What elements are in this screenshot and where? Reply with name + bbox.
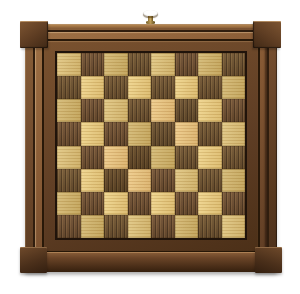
board-square[interactable] [222, 215, 246, 238]
board-square[interactable] [81, 122, 105, 145]
board-square[interactable] [81, 76, 105, 99]
board-square[interactable] [57, 122, 81, 145]
board-square[interactable] [57, 53, 81, 76]
board-square[interactable] [198, 169, 222, 192]
board-square[interactable] [104, 76, 128, 99]
board-square[interactable] [198, 99, 222, 122]
board-square[interactable] [222, 53, 246, 76]
board-square[interactable] [57, 76, 81, 99]
board-square[interactable] [175, 122, 199, 145]
board-square[interactable] [198, 146, 222, 169]
board-square[interactable] [128, 192, 152, 215]
board-square[interactable] [222, 169, 246, 192]
board-square[interactable] [222, 76, 246, 99]
board-square[interactable] [104, 146, 128, 169]
board-square[interactable] [151, 169, 175, 192]
board-square[interactable] [128, 146, 152, 169]
frame-base-plinth [25, 252, 277, 272]
chess-board [57, 53, 245, 238]
board-square[interactable] [198, 215, 222, 238]
board-square[interactable] [151, 53, 175, 76]
board-square[interactable] [222, 99, 246, 122]
board-square[interactable] [128, 53, 152, 76]
board-square[interactable] [128, 99, 152, 122]
drawer-knob-cap [143, 10, 158, 17]
board-square[interactable] [151, 192, 175, 215]
board-square[interactable] [175, 53, 199, 76]
corner-cap-left [20, 21, 48, 48]
board-square[interactable] [104, 215, 128, 238]
drawer-knob[interactable] [141, 9, 161, 24]
board-square[interactable] [222, 192, 246, 215]
board-square[interactable] [222, 146, 246, 169]
board-square[interactable] [104, 169, 128, 192]
board-square[interactable] [128, 122, 152, 145]
board-square[interactable] [104, 53, 128, 76]
board-square[interactable] [151, 122, 175, 145]
board-square[interactable] [175, 169, 199, 192]
board-square[interactable] [198, 53, 222, 76]
board-square[interactable] [151, 215, 175, 238]
board-square[interactable] [175, 99, 199, 122]
board-square[interactable] [151, 99, 175, 122]
board-square[interactable] [104, 192, 128, 215]
board-square[interactable] [81, 53, 105, 76]
board-square[interactable] [81, 146, 105, 169]
board-square[interactable] [57, 169, 81, 192]
corner-cap-right [253, 21, 281, 48]
board-square[interactable] [128, 215, 152, 238]
board-square[interactable] [57, 215, 81, 238]
board-square[interactable] [104, 122, 128, 145]
board-square[interactable] [198, 192, 222, 215]
frame-top-edge-highlight [31, 25, 271, 28]
board-square[interactable] [81, 215, 105, 238]
board-square[interactable] [128, 169, 152, 192]
product-photo-background [0, 0, 300, 294]
board-square[interactable] [198, 122, 222, 145]
board-square[interactable] [151, 76, 175, 99]
board-square[interactable] [175, 76, 199, 99]
board-square[interactable] [175, 146, 199, 169]
board-square[interactable] [128, 76, 152, 99]
board-square[interactable] [175, 215, 199, 238]
board-square[interactable] [57, 99, 81, 122]
board-square[interactable] [198, 76, 222, 99]
board-square[interactable] [57, 146, 81, 169]
board-square[interactable] [175, 192, 199, 215]
board-square[interactable] [222, 122, 246, 145]
board-square[interactable] [104, 99, 128, 122]
board-square[interactable] [81, 169, 105, 192]
foot-right [255, 247, 282, 273]
board-square[interactable] [151, 146, 175, 169]
board-square[interactable] [81, 192, 105, 215]
board-square[interactable] [57, 192, 81, 215]
board-square[interactable] [81, 99, 105, 122]
foot-left [20, 247, 47, 273]
